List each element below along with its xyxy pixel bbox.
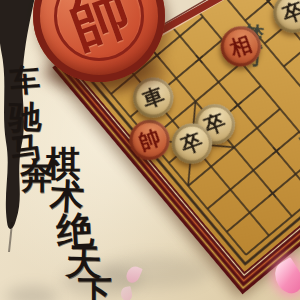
calligraphy-char: 下	[78, 270, 112, 300]
ink-wash-blob	[6, 286, 58, 300]
splash-scene: 楚 河 漢 界 帥 相 車 卒 卒 卒 帥 车 驰 马 奔 棋 术 绝 天	[0, 0, 300, 300]
